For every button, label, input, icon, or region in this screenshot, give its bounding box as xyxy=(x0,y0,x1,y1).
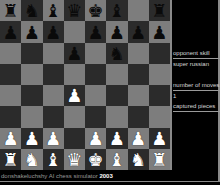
square-f3[interactable] xyxy=(106,106,127,127)
square-h4[interactable] xyxy=(149,85,170,106)
status-bar: donshakeluchshy AI chess simulator 2003 xyxy=(1,172,220,181)
square-b5[interactable] xyxy=(21,64,42,85)
number-of-moves-value: 1 xyxy=(173,93,220,100)
square-a7[interactable]: ♟ xyxy=(0,21,21,42)
square-c8[interactable]: ♝ xyxy=(43,0,64,21)
square-c2[interactable]: ♟ xyxy=(43,128,64,149)
piece-white-pawn[interactable]: ♟ xyxy=(130,128,146,149)
square-c5[interactable] xyxy=(43,64,64,85)
square-f2[interactable]: ♟ xyxy=(106,128,127,149)
square-g1[interactable]: ♞ xyxy=(128,149,149,170)
piece-white-knight[interactable]: ♞ xyxy=(130,149,146,170)
piece-black-king[interactable]: ♚ xyxy=(88,0,104,21)
piece-black-rook[interactable]: ♜ xyxy=(151,0,167,21)
square-a1[interactable]: ♜ xyxy=(0,149,21,170)
square-b3[interactable] xyxy=(21,106,42,127)
square-f7[interactable]: ♟ xyxy=(106,21,127,42)
piece-black-pawn[interactable]: ♟ xyxy=(88,22,104,43)
square-e4[interactable] xyxy=(85,85,106,106)
square-c4[interactable] xyxy=(43,85,64,106)
square-a5[interactable] xyxy=(0,64,21,85)
piece-white-king[interactable]: ♚ xyxy=(88,149,104,170)
square-a4[interactable] xyxy=(0,85,21,106)
square-h8[interactable]: ♜ xyxy=(149,0,170,21)
square-d2[interactable] xyxy=(64,128,85,149)
piece-black-bishop[interactable]: ♝ xyxy=(109,0,125,21)
square-f5[interactable] xyxy=(106,64,127,85)
piece-white-pawn[interactable]: ♟ xyxy=(88,128,104,149)
piece-white-pawn[interactable]: ♟ xyxy=(109,128,125,149)
square-f1[interactable]: ♝ xyxy=(106,149,127,170)
piece-white-pawn[interactable]: ♟ xyxy=(66,85,82,106)
square-d5[interactable] xyxy=(64,64,85,85)
square-d1[interactable]: ♛ xyxy=(64,149,85,170)
piece-black-knight[interactable]: ♞ xyxy=(109,43,125,64)
info-panel: opponent skill super russian number of m… xyxy=(173,50,220,114)
square-c7[interactable]: ♟ xyxy=(43,21,64,42)
square-g4[interactable] xyxy=(128,85,149,106)
square-f6[interactable]: ♞ xyxy=(106,43,127,64)
square-h1[interactable]: ♜ xyxy=(149,149,170,170)
piece-white-rook[interactable]: ♜ xyxy=(151,149,167,170)
piece-black-pawn[interactable]: ♟ xyxy=(3,22,19,43)
piece-black-queen[interactable]: ♛ xyxy=(66,0,82,21)
piece-black-rook[interactable]: ♜ xyxy=(3,0,19,21)
square-b6[interactable] xyxy=(21,43,42,64)
piece-black-bishop[interactable]: ♝ xyxy=(45,0,61,21)
square-e7[interactable]: ♟ xyxy=(85,21,106,42)
opponent-skill-label: opponent skill xyxy=(173,50,220,59)
piece-black-pawn[interactable]: ♟ xyxy=(45,22,61,43)
status-bar-divider xyxy=(0,181,220,182)
square-h2[interactable]: ♟ xyxy=(149,128,170,149)
square-g2[interactable]: ♟ xyxy=(128,128,149,149)
square-b2[interactable]: ♟ xyxy=(21,128,42,149)
square-e3[interactable] xyxy=(85,106,106,127)
piece-white-pawn[interactable]: ♟ xyxy=(24,128,40,149)
piece-black-knight[interactable]: ♞ xyxy=(24,0,40,21)
board-right-divider xyxy=(170,0,172,170)
square-e6[interactable] xyxy=(85,43,106,64)
square-h6[interactable] xyxy=(149,43,170,64)
square-e1[interactable]: ♚ xyxy=(85,149,106,170)
square-a2[interactable]: ♟ xyxy=(0,128,21,149)
square-c6[interactable] xyxy=(43,43,64,64)
square-a6[interactable] xyxy=(0,43,21,64)
app-year: 2003 xyxy=(99,173,112,179)
square-b7[interactable]: ♟ xyxy=(21,21,42,42)
piece-white-bishop[interactable]: ♝ xyxy=(45,149,61,170)
piece-white-knight[interactable]: ♞ xyxy=(24,149,40,170)
square-d3[interactable] xyxy=(64,106,85,127)
square-g6[interactable] xyxy=(128,43,149,64)
piece-black-pawn[interactable]: ♟ xyxy=(109,22,125,43)
square-h5[interactable] xyxy=(149,64,170,85)
square-f8[interactable]: ♝ xyxy=(106,0,127,21)
square-h3[interactable] xyxy=(149,106,170,127)
square-d6[interactable]: ♟ xyxy=(64,43,85,64)
number-of-moves-label: number of moves xyxy=(173,82,220,91)
piece-white-pawn[interactable]: ♟ xyxy=(45,128,61,149)
chess-simulator-window: ♜♞♝♛♚♝♜♟♟♟♟♟♟♟♟♞♟♟♟♟♟♟♟♟♜♞♝♛♚♝♞♜ opponen… xyxy=(0,0,220,185)
square-g5[interactable] xyxy=(128,64,149,85)
square-e2[interactable]: ♟ xyxy=(85,128,106,149)
square-c1[interactable]: ♝ xyxy=(43,149,64,170)
square-h7[interactable]: ♟ xyxy=(149,21,170,42)
square-e8[interactable]: ♚ xyxy=(85,0,106,21)
square-b4[interactable] xyxy=(21,85,42,106)
piece-black-pawn[interactable]: ♟ xyxy=(24,22,40,43)
square-c3[interactable] xyxy=(43,106,64,127)
square-g8[interactable] xyxy=(128,0,149,21)
app-title: donshakeluchshy AI chess simulator xyxy=(1,173,98,179)
square-a8[interactable]: ♜ xyxy=(0,0,21,21)
piece-black-pawn[interactable]: ♟ xyxy=(66,43,82,64)
square-g7[interactable]: ♟ xyxy=(128,21,149,42)
square-d8[interactable]: ♛ xyxy=(64,0,85,21)
square-b1[interactable]: ♞ xyxy=(21,149,42,170)
piece-white-queen[interactable]: ♛ xyxy=(66,149,82,170)
square-a3[interactable] xyxy=(0,106,21,127)
square-f4[interactable] xyxy=(106,85,127,106)
square-d7[interactable] xyxy=(64,21,85,42)
square-d4[interactable]: ♟ xyxy=(64,85,85,106)
square-b8[interactable]: ♞ xyxy=(21,0,42,21)
chess-board: ♜♞♝♛♚♝♜♟♟♟♟♟♟♟♟♞♟♟♟♟♟♟♟♟♜♞♝♛♚♝♞♜ xyxy=(0,0,170,170)
piece-white-rook[interactable]: ♜ xyxy=(3,149,19,170)
piece-black-pawn[interactable]: ♟ xyxy=(130,22,146,43)
piece-white-pawn[interactable]: ♟ xyxy=(151,128,167,149)
piece-white-pawn[interactable]: ♟ xyxy=(3,128,19,149)
square-g3[interactable] xyxy=(128,106,149,127)
piece-white-bishop[interactable]: ♝ xyxy=(109,149,125,170)
piece-black-pawn[interactable]: ♟ xyxy=(151,22,167,43)
square-e5[interactable] xyxy=(85,64,106,85)
captured-pieces-label: captured pieces xyxy=(173,103,220,112)
opponent-skill-value: super russian xyxy=(173,61,220,68)
